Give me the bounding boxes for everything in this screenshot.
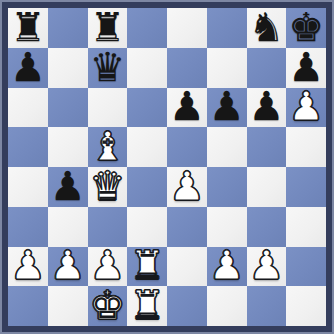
square-g4[interactable] [247, 167, 287, 207]
square-b8[interactable] [48, 8, 88, 48]
square-h2[interactable] [286, 247, 326, 287]
piece-black-p-g6: ♟ [248, 88, 284, 127]
square-g1[interactable] [247, 286, 287, 326]
square-e3[interactable] [167, 207, 207, 247]
square-g2[interactable]: ♟ [247, 247, 287, 287]
square-f6[interactable]: ♟ [207, 88, 247, 128]
square-d7[interactable] [127, 48, 167, 88]
square-b4[interactable]: ♟ [48, 167, 88, 207]
square-f4[interactable] [207, 167, 247, 207]
square-c2[interactable]: ♟ [88, 247, 128, 287]
square-a8[interactable]: ♜ [8, 8, 48, 48]
square-b5[interactable] [48, 127, 88, 167]
square-b3[interactable] [48, 207, 88, 247]
square-a5[interactable] [8, 127, 48, 167]
square-g6[interactable]: ♟ [247, 88, 287, 128]
square-f3[interactable] [207, 207, 247, 247]
square-d8[interactable] [127, 8, 167, 48]
piece-white-p-b2: ♟ [50, 247, 86, 286]
square-f8[interactable] [207, 8, 247, 48]
square-h7[interactable]: ♟ [286, 48, 326, 88]
square-a4[interactable] [8, 167, 48, 207]
square-h6[interactable]: ♟ [286, 88, 326, 128]
square-b2[interactable]: ♟ [48, 247, 88, 287]
board-viewport: ♜♜♞♚♟♛♟♟♟♟♟♝♟♛♟♟♟♟♜♟♟♚♜ [0, 0, 334, 334]
piece-black-p-e6: ♟ [169, 88, 205, 127]
chess-board: ♜♜♞♚♟♛♟♟♟♟♟♝♟♛♟♟♟♟♜♟♟♚♜ [8, 8, 326, 326]
square-g8[interactable]: ♞ [247, 8, 287, 48]
square-e1[interactable] [167, 286, 207, 326]
square-f2[interactable]: ♟ [207, 247, 247, 287]
piece-black-p-b4: ♟ [50, 167, 86, 206]
piece-white-p-a2: ♟ [10, 247, 46, 286]
piece-black-p-h7: ♟ [288, 48, 324, 87]
square-d4[interactable] [127, 167, 167, 207]
square-g3[interactable] [247, 207, 287, 247]
square-d2[interactable]: ♜ [127, 247, 167, 287]
square-h4[interactable] [286, 167, 326, 207]
square-c1[interactable]: ♚ [88, 286, 128, 326]
square-h5[interactable] [286, 127, 326, 167]
square-h8[interactable]: ♚ [286, 8, 326, 48]
square-d5[interactable] [127, 127, 167, 167]
square-c8[interactable]: ♜ [88, 8, 128, 48]
square-b1[interactable] [48, 286, 88, 326]
square-e7[interactable] [167, 48, 207, 88]
square-e5[interactable] [167, 127, 207, 167]
square-h3[interactable] [286, 207, 326, 247]
square-d6[interactable] [127, 88, 167, 128]
piece-white-r-d2: ♜ [129, 247, 165, 286]
square-a1[interactable] [8, 286, 48, 326]
square-c7[interactable]: ♛ [88, 48, 128, 88]
square-c6[interactable] [88, 88, 128, 128]
piece-white-b-c5: ♝ [89, 127, 125, 166]
piece-black-r-a8: ♜ [10, 8, 46, 47]
square-f7[interactable] [207, 48, 247, 88]
square-a2[interactable]: ♟ [8, 247, 48, 287]
square-c4[interactable]: ♛ [88, 167, 128, 207]
square-c5[interactable]: ♝ [88, 127, 128, 167]
square-g7[interactable] [247, 48, 287, 88]
piece-black-k-h8: ♚ [288, 8, 324, 47]
square-f1[interactable] [207, 286, 247, 326]
square-g5[interactable] [247, 127, 287, 167]
piece-black-p-a7: ♟ [10, 48, 46, 87]
piece-white-r-d1: ♜ [129, 286, 165, 325]
square-e2[interactable] [167, 247, 207, 287]
piece-white-p-c2: ♟ [89, 247, 125, 286]
piece-white-q-c4: ♛ [89, 167, 125, 206]
square-f5[interactable] [207, 127, 247, 167]
piece-black-n-g8: ♞ [248, 8, 284, 47]
square-a7[interactable]: ♟ [8, 48, 48, 88]
square-e8[interactable] [167, 8, 207, 48]
piece-black-q-c7: ♛ [89, 48, 125, 87]
square-h1[interactable] [286, 286, 326, 326]
square-e4[interactable]: ♟ [167, 167, 207, 207]
square-d1[interactable]: ♜ [127, 286, 167, 326]
piece-white-p-e4: ♟ [169, 167, 205, 206]
square-c3[interactable] [88, 207, 128, 247]
piece-black-p-f6: ♟ [209, 88, 245, 127]
piece-white-p-g2: ♟ [248, 247, 284, 286]
piece-black-r-c8: ♜ [89, 8, 125, 47]
square-a6[interactable] [8, 88, 48, 128]
square-d3[interactable] [127, 207, 167, 247]
piece-white-k-c1: ♚ [89, 286, 125, 325]
square-b7[interactable] [48, 48, 88, 88]
square-a3[interactable] [8, 207, 48, 247]
piece-white-p-h6: ♟ [288, 88, 324, 127]
square-e6[interactable]: ♟ [167, 88, 207, 128]
board-frame: ♜♜♞♚♟♛♟♟♟♟♟♝♟♛♟♟♟♟♜♟♟♚♜ [2, 2, 332, 332]
square-b6[interactable] [48, 88, 88, 128]
piece-white-p-f2: ♟ [209, 247, 245, 286]
